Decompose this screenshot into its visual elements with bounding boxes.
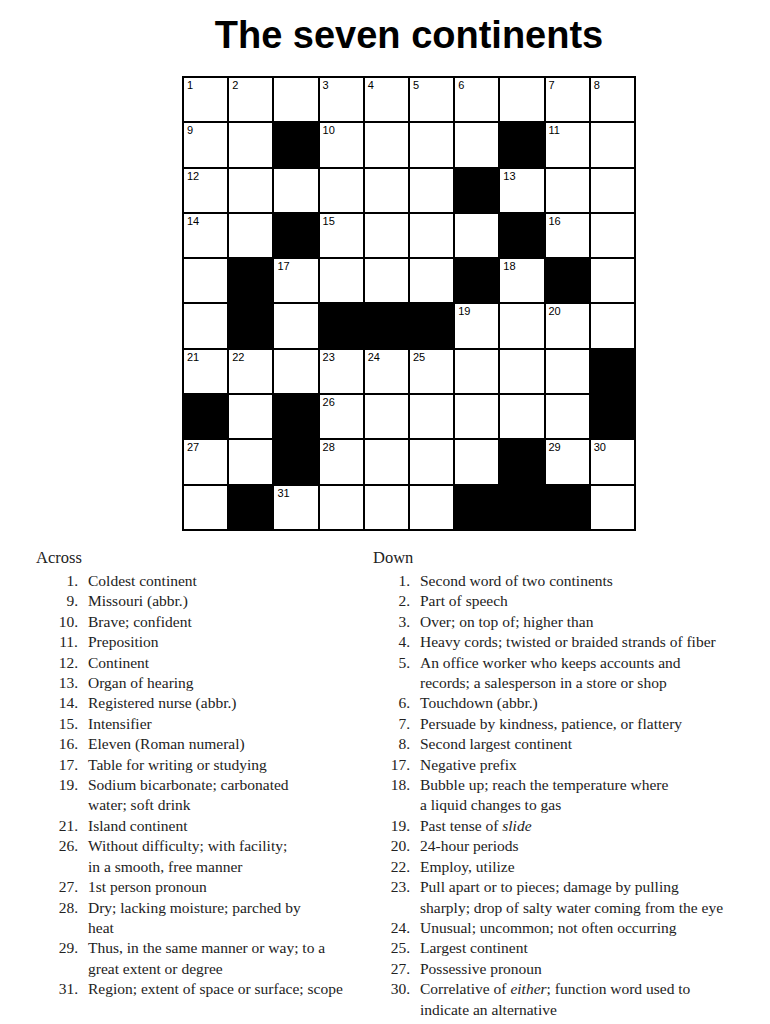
white-cell[interactable]: 11 — [546, 123, 589, 166]
clue-item: 8.Second largest continent — [373, 734, 770, 754]
puzzle-title: The seven continents — [48, 14, 770, 57]
clue-item: 6.Touchdown (abbr.) — [373, 693, 770, 713]
clue-text: Without difficulty; with facility;in a s… — [88, 836, 287, 877]
white-cell[interactable] — [365, 486, 408, 529]
white-cell[interactable]: 16 — [546, 214, 589, 257]
white-cell[interactable] — [320, 259, 363, 302]
cell-number: 25 — [413, 351, 425, 364]
black-cell — [274, 395, 317, 438]
cell-number: 24 — [368, 351, 380, 364]
white-cell[interactable] — [591, 304, 634, 347]
white-cell[interactable]: 20 — [546, 304, 589, 347]
clue-item: 2.Part of speech — [373, 591, 770, 611]
cell-number: 21 — [187, 351, 199, 364]
white-cell[interactable]: 24 — [365, 350, 408, 393]
crossword-page: The seven continents 1234567891011121314… — [0, 0, 770, 1024]
white-cell[interactable]: 30 — [591, 440, 634, 483]
white-cell[interactable] — [591, 214, 634, 257]
crossword-grid: 1234567891011121314151617181920212223242… — [182, 76, 636, 531]
clue-text: Preposition — [88, 632, 159, 652]
clue-item: 11.Preposition — [36, 632, 370, 652]
clue-number: 21. — [36, 816, 78, 836]
white-cell[interactable] — [229, 169, 272, 212]
cell-number: 4 — [368, 79, 374, 92]
white-cell[interactable] — [365, 259, 408, 302]
white-cell[interactable] — [455, 214, 498, 257]
clue-number: 29. — [36, 938, 78, 979]
clue-text: Over; on top of; higher than — [420, 612, 593, 632]
cell-number: 29 — [549, 441, 561, 454]
black-cell — [229, 304, 272, 347]
black-cell — [546, 486, 589, 529]
clue-number: 26. — [36, 836, 78, 877]
clue-text: Sodium bicarbonate; carbonatedwater; sof… — [88, 775, 289, 816]
cell-number: 2 — [232, 79, 238, 92]
clue-number: 24. — [373, 918, 410, 938]
clue-item: 30.Correlative of either; function word … — [373, 979, 770, 1020]
black-cell — [274, 440, 317, 483]
clue-item: 4.Heavy cords; twisted or braided strand… — [373, 632, 770, 652]
clue-item: 23.Pull apart or to pieces; damage by pu… — [373, 877, 770, 918]
white-cell[interactable] — [455, 350, 498, 393]
white-cell[interactable] — [591, 123, 634, 166]
clue-text: Second largest continent — [420, 734, 572, 754]
clue-text: 24-hour periods — [420, 836, 519, 856]
clue-item: 15.Intensifier — [36, 714, 370, 734]
clue-number: 1. — [373, 571, 410, 591]
cell-number: 27 — [187, 441, 199, 454]
white-cell[interactable] — [410, 486, 453, 529]
white-cell[interactable] — [274, 169, 317, 212]
cell-number: 13 — [503, 170, 515, 183]
clue-item: 29.Thus, in the same manner or way; to a… — [36, 938, 370, 979]
clue-item: 27.Possessive pronoun — [373, 959, 770, 979]
white-cell[interactable]: 18 — [500, 259, 543, 302]
clue-number: 15. — [36, 714, 78, 734]
clue-text: Pull apart or to pieces; damage by pulli… — [420, 877, 723, 918]
clue-text: Heavy cords; twisted or braided strands … — [420, 632, 716, 652]
across-heading: Across — [36, 548, 370, 568]
clue-text: Missouri (abbr.) — [88, 591, 188, 611]
clue-item: 25.Largest continent — [373, 938, 770, 958]
white-cell[interactable] — [274, 350, 317, 393]
clue-item: 21.Island continent — [36, 816, 370, 836]
white-cell[interactable] — [500, 78, 543, 121]
white-cell[interactable] — [365, 214, 408, 257]
white-cell[interactable]: 22 — [229, 350, 272, 393]
clue-number: 19. — [36, 775, 78, 816]
clue-number: 22. — [373, 857, 410, 877]
cell-number: 26 — [323, 396, 335, 409]
cell-number: 19 — [458, 305, 470, 318]
white-cell[interactable] — [591, 486, 634, 529]
white-cell[interactable] — [229, 395, 272, 438]
clue-item: 1.Second word of two continents — [373, 571, 770, 591]
cell-number: 8 — [594, 79, 600, 92]
black-cell — [229, 259, 272, 302]
white-cell[interactable] — [184, 259, 227, 302]
clue-text: Touchdown (abbr.) — [420, 693, 538, 713]
white-cell[interactable] — [591, 169, 634, 212]
white-cell[interactable]: 25 — [410, 350, 453, 393]
white-cell[interactable]: 1 — [184, 78, 227, 121]
cell-number: 6 — [458, 79, 464, 92]
clue-number: 2. — [373, 591, 410, 611]
white-cell[interactable]: 19 — [455, 304, 498, 347]
clue-item: 5.An office worker who keeps accounts an… — [373, 653, 770, 694]
white-cell[interactable]: 9 — [184, 123, 227, 166]
across-clue-list: 1.Coldest continent9.Missouri (abbr.)10.… — [36, 571, 370, 1000]
white-cell[interactable] — [410, 123, 453, 166]
white-cell[interactable] — [320, 486, 363, 529]
white-cell[interactable] — [365, 395, 408, 438]
black-cell — [455, 169, 498, 212]
clue-text: Unusual; uncommon; not often occurring — [420, 918, 677, 938]
cell-number: 11 — [549, 124, 560, 137]
down-clues-section: Down 1.Second word of two continents2.Pa… — [373, 548, 770, 1020]
clue-text: Region; extent of space or surface; scop… — [88, 979, 343, 999]
white-cell[interactable] — [365, 440, 408, 483]
clue-number: 25. — [373, 938, 410, 958]
white-cell[interactable] — [455, 123, 498, 166]
white-cell[interactable] — [500, 350, 543, 393]
clue-text: Second word of two continents — [420, 571, 613, 591]
across-clues-section: Across 1.Coldest continent9.Missouri (ab… — [36, 548, 370, 1000]
white-cell[interactable] — [365, 123, 408, 166]
clue-text: An office worker who keeps accounts andr… — [420, 653, 681, 694]
down-clue-list: 1.Second word of two continents2.Part of… — [373, 571, 770, 1020]
clue-text: 1st person pronoun — [88, 877, 207, 897]
white-cell[interactable]: 8 — [591, 78, 634, 121]
clue-number: 10. — [36, 612, 78, 632]
white-cell[interactable] — [229, 123, 272, 166]
white-cell[interactable]: 2 — [229, 78, 272, 121]
clue-text: Bubble up; reach the temperature wherea … — [420, 775, 668, 816]
clue-number: 19. — [373, 816, 410, 836]
clue-number: 17. — [373, 755, 410, 775]
clue-number: 7. — [373, 714, 410, 734]
clue-text: Past tense of slide — [420, 816, 532, 836]
cell-number: 16 — [549, 215, 561, 228]
clue-text: Employ, utilize — [420, 857, 515, 877]
clue-text: Thus, in the same manner or way; to agre… — [88, 938, 325, 979]
white-cell[interactable] — [455, 395, 498, 438]
white-cell[interactable] — [410, 214, 453, 257]
cell-number: 23 — [323, 351, 335, 364]
clue-number: 27. — [36, 877, 78, 897]
white-cell[interactable]: 15 — [320, 214, 363, 257]
white-cell[interactable] — [500, 395, 543, 438]
white-cell[interactable] — [410, 259, 453, 302]
clue-text: Possessive pronoun — [420, 959, 542, 979]
clue-number: 16. — [36, 734, 78, 754]
white-cell[interactable] — [500, 304, 543, 347]
cell-number: 10 — [323, 124, 335, 137]
black-cell — [500, 123, 543, 166]
clue-item: 9.Missouri (abbr.) — [36, 591, 370, 611]
clue-item: 18.Bubble up; reach the temperature wher… — [373, 775, 770, 816]
clue-item: 24.Unusual; uncommon; not often occurrin… — [373, 918, 770, 938]
white-cell[interactable] — [546, 169, 589, 212]
white-cell[interactable]: 17 — [274, 259, 317, 302]
cell-number: 15 — [323, 215, 335, 228]
white-cell[interactable] — [274, 304, 317, 347]
clue-text: Part of speech — [420, 591, 508, 611]
clue-item: 13.Organ of hearing — [36, 673, 370, 693]
cell-number: 14 — [187, 215, 199, 228]
white-cell[interactable]: 26 — [320, 395, 363, 438]
clue-item: 14.Registered nurse (abbr.) — [36, 693, 370, 713]
white-cell[interactable]: 28 — [320, 440, 363, 483]
clue-text: Organ of hearing — [88, 673, 194, 693]
black-cell — [500, 440, 543, 483]
cell-number: 30 — [594, 441, 606, 454]
white-cell[interactable]: 31 — [274, 486, 317, 529]
down-heading: Down — [373, 548, 770, 568]
black-cell — [274, 214, 317, 257]
clue-text: Dry; lacking moisture; parched byheat — [88, 898, 301, 939]
clue-item: 16.Eleven (Roman numeral) — [36, 734, 370, 754]
cell-number: 9 — [187, 124, 193, 137]
black-cell — [455, 486, 498, 529]
white-cell[interactable]: 4 — [365, 78, 408, 121]
clue-item: 22.Employ, utilize — [373, 857, 770, 877]
clue-item: 3.Over; on top of; higher than — [373, 612, 770, 632]
white-cell[interactable] — [410, 169, 453, 212]
white-cell[interactable]: 10 — [320, 123, 363, 166]
clue-number: 17. — [36, 755, 78, 775]
clue-item: 17.Negative prefix — [373, 755, 770, 775]
black-cell — [229, 486, 272, 529]
white-cell[interactable] — [455, 440, 498, 483]
cell-number: 1 — [187, 79, 193, 92]
white-cell[interactable] — [546, 350, 589, 393]
white-cell[interactable]: 5 — [410, 78, 453, 121]
black-cell — [591, 350, 634, 393]
clue-text: Coldest continent — [88, 571, 197, 591]
clue-number: 8. — [373, 734, 410, 754]
clue-number: 12. — [36, 653, 78, 673]
white-cell[interactable]: 3 — [320, 78, 363, 121]
white-cell[interactable]: 29 — [546, 440, 589, 483]
clue-number: 27. — [373, 959, 410, 979]
clue-item: 7.Persuade by kindness, patience, or fla… — [373, 714, 770, 734]
clue-text: Persuade by kindness, patience, or flatt… — [420, 714, 682, 734]
clue-number: 20. — [373, 836, 410, 856]
clue-number: 5. — [373, 653, 410, 694]
white-cell[interactable] — [229, 440, 272, 483]
clue-number: 23. — [373, 877, 410, 918]
clue-item: 28.Dry; lacking moisture; parched byheat — [36, 898, 370, 939]
white-cell[interactable]: 21 — [184, 350, 227, 393]
white-cell[interactable]: 13 — [500, 169, 543, 212]
white-cell[interactable]: 14 — [184, 214, 227, 257]
black-cell — [274, 123, 317, 166]
clue-item: 27.1st person pronoun — [36, 877, 370, 897]
clue-number: 31. — [36, 979, 78, 999]
cell-number: 3 — [323, 79, 329, 92]
clue-number: 1. — [36, 571, 78, 591]
clue-number: 18. — [373, 775, 410, 816]
clue-number: 13. — [36, 673, 78, 693]
clue-text: Registered nurse (abbr.) — [88, 693, 237, 713]
white-cell[interactable]: 12 — [184, 169, 227, 212]
cell-number: 22 — [232, 351, 244, 364]
clue-number: 9. — [36, 591, 78, 611]
clue-number: 30. — [373, 979, 410, 1020]
clue-number: 6. — [373, 693, 410, 713]
black-cell — [500, 486, 543, 529]
cell-number: 18 — [503, 260, 515, 273]
black-cell — [365, 304, 408, 347]
black-cell — [455, 259, 498, 302]
white-cell[interactable] — [184, 486, 227, 529]
white-cell[interactable] — [591, 259, 634, 302]
white-cell[interactable]: 27 — [184, 440, 227, 483]
white-cell[interactable]: 23 — [320, 350, 363, 393]
black-cell — [320, 304, 363, 347]
cell-number: 17 — [277, 260, 289, 273]
clue-number: 28. — [36, 898, 78, 939]
clue-item: 10.Brave; confident — [36, 612, 370, 632]
clue-item: 26.Without difficulty; with facility;in … — [36, 836, 370, 877]
black-cell — [546, 259, 589, 302]
clue-number: 4. — [373, 632, 410, 652]
white-cell[interactable] — [410, 440, 453, 483]
white-cell[interactable]: 6 — [455, 78, 498, 121]
cell-number: 12 — [187, 170, 199, 183]
clue-item: 19.Sodium bicarbonate; carbonatedwater; … — [36, 775, 370, 816]
clue-item: 20.24-hour periods — [373, 836, 770, 856]
clue-text: Brave; confident — [88, 612, 192, 632]
clue-number: 11. — [36, 632, 78, 652]
cell-number: 28 — [323, 441, 335, 454]
clue-text: Correlative of either; function word use… — [420, 979, 690, 1020]
clue-number: 14. — [36, 693, 78, 713]
black-cell — [410, 304, 453, 347]
cell-number: 31 — [277, 487, 289, 500]
clue-text: Island continent — [88, 816, 187, 836]
white-cell[interactable] — [274, 78, 317, 121]
white-cell[interactable] — [320, 169, 363, 212]
white-cell[interactable] — [546, 395, 589, 438]
clue-item: 17.Table for writing or studying — [36, 755, 370, 775]
clue-item: 19.Past tense of slide — [373, 816, 770, 836]
clue-number: 3. — [373, 612, 410, 632]
white-cell[interactable] — [229, 214, 272, 257]
clue-item: 31.Region; extent of space or surface; s… — [36, 979, 370, 999]
black-cell — [184, 395, 227, 438]
cell-number: 7 — [549, 79, 555, 92]
white-cell[interactable] — [365, 169, 408, 212]
white-cell[interactable] — [184, 304, 227, 347]
clue-text: Continent — [88, 653, 149, 673]
cell-number: 20 — [549, 305, 561, 318]
white-cell[interactable] — [410, 395, 453, 438]
white-cell[interactable]: 7 — [546, 78, 589, 121]
black-cell — [500, 214, 543, 257]
clue-text: Table for writing or studying — [88, 755, 267, 775]
clue-text: Eleven (Roman numeral) — [88, 734, 245, 754]
clue-item: 1.Coldest continent — [36, 571, 370, 591]
black-cell — [591, 395, 634, 438]
cell-number: 5 — [413, 79, 419, 92]
clue-text: Negative prefix — [420, 755, 517, 775]
clue-text: Intensifier — [88, 714, 152, 734]
clue-text: Largest continent — [420, 938, 528, 958]
clue-item: 12.Continent — [36, 653, 370, 673]
